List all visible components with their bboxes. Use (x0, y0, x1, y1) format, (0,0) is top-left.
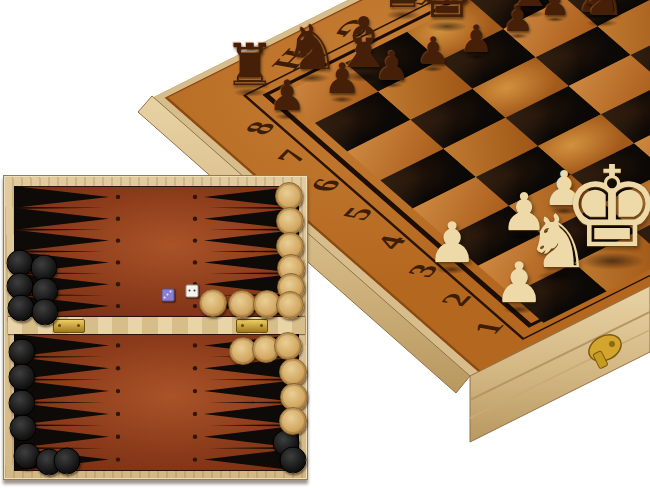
backgammon-point (14, 207, 104, 209)
point-tip-dot (116, 304, 120, 308)
backgammon-point (209, 294, 299, 296)
backgammon-point (209, 228, 299, 230)
point-tip-dot (193, 304, 197, 308)
backgammon-half-bottom (14, 334, 299, 471)
backgammon-point (204, 334, 299, 357)
point-tip-dot (116, 389, 120, 393)
backgammon-point (14, 186, 109, 208)
brass-hinge-icon (236, 319, 268, 333)
backgammon-point (204, 380, 299, 403)
backgammon-point (204, 252, 299, 274)
point-tip-dot (116, 412, 120, 416)
backgammon-point (209, 272, 299, 274)
backgammon-point (209, 447, 299, 449)
backgammon-point (204, 357, 299, 380)
point-tip-dot (193, 389, 197, 393)
product-photo-scene: 87654321HGFEDCBAABCDEFGH ♜♟♞♟♝♟♛♟♚♟♟♝♟♟♞… (0, 0, 650, 488)
backgammon-point (204, 448, 299, 471)
point-tip-dot (116, 238, 120, 242)
backgammon-point (14, 230, 109, 252)
backgammon-point (14, 424, 104, 426)
backgammon-point (14, 272, 104, 274)
backgammon-point (209, 424, 299, 426)
backgammon-point (14, 356, 104, 358)
case-hinge-rail (8, 317, 305, 334)
backgammon-point (209, 401, 299, 403)
backgammon-point (14, 403, 109, 426)
backgammon-point (204, 230, 299, 252)
backgammon-point (204, 273, 299, 295)
backgammon-point (209, 356, 299, 358)
point-tip-dot (116, 195, 120, 199)
point-tip-dot (116, 457, 120, 461)
backgammon-point (204, 208, 299, 230)
backgammon-point (14, 425, 109, 448)
backgammon-point (204, 295, 299, 317)
backgammon-point (204, 186, 299, 208)
point-tip-dot (193, 412, 197, 416)
backgammon-point (14, 250, 104, 252)
point-tip-dot (193, 457, 197, 461)
backgammon-point (209, 378, 299, 380)
point-tip-dot (116, 217, 120, 221)
point-tip-dot (116, 282, 120, 286)
backgammon-point (14, 273, 109, 295)
backgammon-point (14, 447, 104, 449)
backgammon-point (14, 294, 104, 296)
point-tip-dot (193, 217, 197, 221)
backgammon-point (209, 250, 299, 252)
backgammon-point (14, 228, 104, 230)
point-tip-dot (193, 260, 197, 264)
point-tip-dot (116, 366, 120, 370)
backgammon-point (14, 252, 109, 274)
point-tip-dot (193, 195, 197, 199)
point-tip-dot (193, 282, 197, 286)
point-tip-dot (116, 343, 120, 347)
backgammon-point (14, 401, 104, 403)
point-tip-dot (116, 260, 120, 264)
point-tip-dot (193, 366, 197, 370)
backgammon-point (204, 403, 299, 426)
backgammon-point (209, 207, 299, 209)
backgammon-point (14, 380, 109, 403)
near-side-edge (470, 286, 650, 442)
point-tip-dot (193, 238, 197, 242)
point-tip-dot (193, 343, 197, 347)
backgammon-point (14, 295, 109, 317)
backgammon-point (14, 334, 109, 357)
backgammon-half-top (14, 186, 299, 317)
point-tip-dot (193, 435, 197, 439)
backgammon-point (204, 425, 299, 448)
brass-hinge-icon (53, 319, 85, 333)
point-tip-dot (116, 435, 120, 439)
backgammon-point (14, 208, 109, 230)
backgammon-point (14, 378, 104, 380)
backgammon-point (14, 448, 109, 471)
backgammon-point (14, 357, 109, 380)
backgammon-case (3, 175, 308, 480)
